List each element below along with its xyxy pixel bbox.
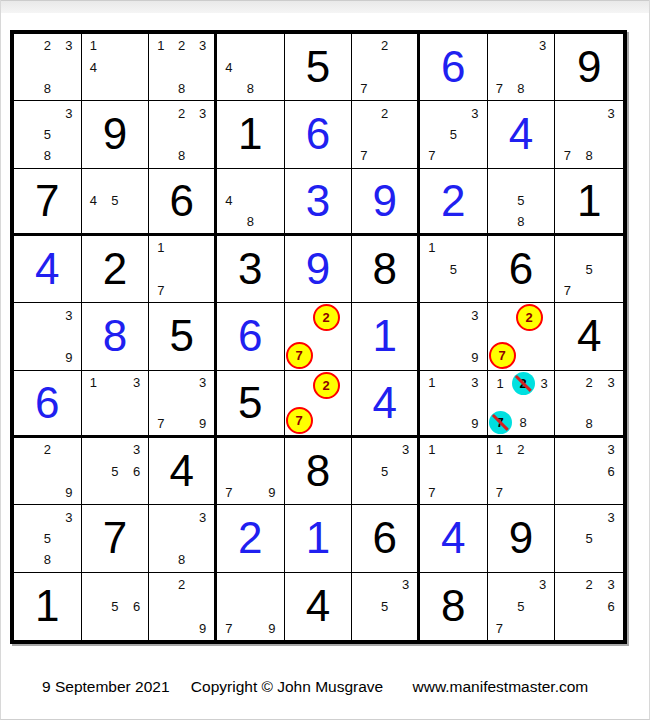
cell-r3c9[interactable]: 1	[555, 169, 623, 236]
placed-digit: 2	[82, 236, 149, 302]
pencil-marks: 35	[556, 506, 622, 570]
pencil-mark: 5	[578, 528, 600, 549]
cell-r8c9[interactable]: 35	[555, 505, 623, 572]
candidate-circled: 2	[313, 304, 340, 331]
placed-digit: 9	[285, 236, 352, 302]
pencil-marks: 27	[489, 304, 554, 368]
pencil-marks: 379	[150, 372, 213, 434]
pencil-mark: 5	[443, 124, 465, 145]
cell-r8c2[interactable]: 7	[82, 505, 150, 572]
pencil-mark: 8	[37, 145, 59, 166]
pencil-mark: 2	[374, 102, 395, 123]
cell-r3c1[interactable]: 7	[14, 169, 82, 236]
cell-r5c8[interactable]: 27	[488, 303, 556, 370]
pencil-mark: 3	[58, 102, 80, 123]
cell-r4c5[interactable]: 9	[285, 236, 353, 303]
placed-digit: 9	[352, 169, 417, 233]
cell-r9c7[interactable]: 8	[420, 573, 488, 640]
placed-digit: 6	[14, 371, 81, 435]
pencil-mark: 4	[83, 190, 105, 211]
pencil-mark: 1	[489, 372, 512, 395]
pencil-mark: 3	[532, 574, 554, 596]
pencil-marks: 13	[83, 372, 148, 434]
pencil-marks: 79	[218, 574, 283, 639]
pencil-marks: 27	[286, 372, 351, 434]
placed-digit: 6	[352, 505, 417, 571]
pencil-mark: 7	[489, 617, 511, 639]
pencil-mark: 8	[171, 78, 192, 99]
pencil-mark: 4	[83, 56, 105, 77]
pencil-mark: 7	[489, 482, 511, 503]
pencil-marks: 79	[218, 439, 283, 503]
placed-digit: 9	[82, 101, 149, 167]
pencil-mark: 2	[578, 372, 600, 393]
pencil-mark: 4	[218, 190, 240, 211]
pencil-mark: 3	[464, 304, 486, 325]
cell-r2c2[interactable]: 9	[82, 101, 150, 168]
cell-r4c3[interactable]: 17	[149, 236, 217, 303]
pencil-mark: 1	[150, 237, 171, 258]
pencil-marks: 56	[83, 574, 148, 639]
cell-r2c8[interactable]: 4	[488, 101, 556, 168]
placed-digit: 6	[217, 303, 284, 369]
pencil-mark: 1	[83, 372, 105, 393]
pencil-mark: 9	[58, 347, 80, 368]
cell-r2c7[interactable]: 357	[420, 101, 488, 168]
pencil-mark: 8	[37, 549, 59, 570]
pencil-mark: 3	[532, 35, 554, 56]
pencil-mark-highlighted: 7	[286, 407, 313, 434]
pencil-marks: 45	[83, 170, 148, 232]
pencil-mark: 6	[600, 595, 622, 617]
pencil-mark: 9	[464, 413, 486, 434]
pencil-mark: 3	[58, 506, 80, 527]
placed-digit: 4	[352, 371, 417, 435]
placed-digit: 7	[14, 169, 81, 233]
pencil-mark: 1	[83, 35, 105, 56]
placed-digit: 4	[14, 236, 81, 302]
pencil-mark-highlighted: 2	[313, 304, 340, 331]
pencil-marks: 39	[15, 304, 80, 368]
cell-r3c6[interactable]: 9	[352, 169, 420, 236]
placed-digit: 4	[488, 101, 555, 167]
pencil-marks: 357	[421, 102, 486, 166]
placed-digit: 5	[217, 371, 284, 435]
cell-r9c9[interactable]: 236	[555, 573, 623, 640]
pencil-marks: 238	[15, 35, 80, 99]
cell-r5c7[interactable]: 39	[420, 303, 488, 370]
cell-r5c4[interactable]: 6	[217, 303, 285, 370]
cell-r9c2[interactable]: 56	[82, 573, 150, 640]
cell-r2c5[interactable]: 6	[285, 101, 353, 168]
cell-r4c4[interactable]: 3	[217, 236, 285, 303]
cell-r8c7[interactable]: 4	[420, 505, 488, 572]
placed-digit: 1	[555, 169, 623, 233]
pencil-mark-highlighted: 2	[512, 372, 535, 395]
pencil-mark: 8	[510, 211, 532, 232]
placed-digit: 8	[420, 573, 487, 640]
cell-r7c6[interactable]: 35	[352, 438, 420, 505]
pencil-mark: 8	[171, 145, 192, 166]
pencil-marks: 29	[150, 574, 213, 639]
pencil-marks: 58	[489, 170, 554, 232]
pencil-marks: 378	[489, 35, 554, 99]
pencil-mark: 3	[600, 372, 622, 393]
pencil-marks: 12378	[489, 372, 554, 434]
cell-r9c5[interactable]: 4	[285, 573, 353, 640]
cell-r6c1[interactable]: 6	[14, 371, 82, 438]
pencil-mark: 8	[37, 78, 59, 99]
cell-r4c8[interactable]: 6	[488, 236, 556, 303]
pencil-marks: 38	[150, 506, 213, 570]
cell-r6c3[interactable]: 379	[149, 371, 217, 438]
pencil-mark: 8	[512, 411, 535, 434]
pencil-marks: 378	[556, 102, 622, 166]
cell-r5c9[interactable]: 4	[555, 303, 623, 370]
placed-digit: 8	[82, 303, 149, 369]
cell-r9c8[interactable]: 357	[488, 573, 556, 640]
placed-digit: 5	[149, 303, 214, 369]
candidate-eliminated: 7	[489, 411, 512, 434]
cell-r9c4[interactable]: 79	[217, 573, 285, 640]
placed-digit: 9	[555, 34, 623, 100]
pencil-mark: 3	[126, 372, 148, 393]
pencil-mark: 6	[126, 595, 148, 617]
pencil-mark: 9	[192, 617, 213, 639]
cell-r3c4[interactable]: 48	[217, 169, 285, 236]
placed-digit: 2	[217, 505, 284, 571]
pencil-mark: 1	[421, 372, 443, 393]
cell-r7c4[interactable]: 79	[217, 438, 285, 505]
pencil-marks: 35	[353, 574, 416, 639]
cell-r1c5[interactable]: 5	[285, 34, 353, 101]
pencil-mark: 5	[37, 124, 59, 145]
pencil-mark: 3	[464, 372, 486, 393]
pencil-mark: 1	[489, 439, 511, 460]
pencil-marks: 127	[489, 439, 554, 503]
pencil-mark: 3	[600, 439, 622, 460]
cell-r2c4[interactable]: 1	[217, 101, 285, 168]
cell-r6c6[interactable]: 4	[352, 371, 420, 438]
pencil-mark: 4	[218, 56, 240, 77]
cell-r1c7[interactable]: 6	[420, 34, 488, 101]
placed-digit: 3	[217, 236, 284, 302]
pencil-mark: 3	[600, 574, 622, 596]
cell-r3c7[interactable]: 2	[420, 169, 488, 236]
placed-digit: 6	[149, 169, 214, 233]
cell-r9c6[interactable]: 35	[352, 573, 420, 640]
pencil-mark: 7	[150, 280, 171, 301]
pencil-mark: 3	[600, 102, 622, 123]
cell-r7c9[interactable]: 36	[555, 438, 623, 505]
cell-r8c5[interactable]: 1	[285, 505, 353, 572]
pencil-mark: 3	[192, 506, 213, 527]
pencil-mark: 7	[489, 78, 511, 99]
placed-digit: 6	[488, 236, 555, 302]
sudoku-board: 2381412384852763789358923816273574378745…	[10, 30, 627, 644]
pencil-mark-highlighted: 7	[489, 411, 512, 434]
cell-r6c5[interactable]: 27	[285, 371, 353, 438]
pencil-marks: 17	[421, 439, 486, 503]
cell-r5c2[interactable]: 8	[82, 303, 150, 370]
pencil-mark: 5	[578, 258, 600, 279]
pencil-mark: 8	[578, 413, 600, 434]
pencil-mark: 5	[374, 595, 395, 617]
candidate-circled: 2	[313, 372, 340, 399]
cell-r5c1[interactable]: 39	[14, 303, 82, 370]
pencil-mark: 7	[150, 413, 171, 434]
cell-r1c1[interactable]: 238	[14, 34, 82, 101]
cell-r5c3[interactable]: 5	[149, 303, 217, 370]
pencil-mark: 3	[464, 102, 486, 123]
pencil-marks: 57	[556, 237, 622, 301]
cell-r7c3[interactable]: 4	[149, 438, 217, 505]
pencil-mark-highlighted: 7	[286, 342, 313, 369]
pencil-mark: 6	[126, 460, 148, 481]
cell-r8c8[interactable]: 9	[488, 505, 556, 572]
candidate-circled: 2	[516, 304, 543, 331]
pencil-mark: 3	[58, 304, 80, 325]
pencil-mark: 9	[58, 482, 80, 503]
pencil-marks: 27	[286, 304, 351, 368]
pencil-mark: 3	[192, 35, 213, 56]
pencil-mark: 8	[578, 145, 600, 166]
cell-r1c2[interactable]: 14	[82, 34, 150, 101]
cell-r8c6[interactable]: 6	[352, 505, 420, 572]
pencil-marks: 17	[150, 237, 213, 301]
cell-r2c3[interactable]: 238	[149, 101, 217, 168]
candidate-circled: 7	[286, 342, 313, 369]
placed-digit: 1	[217, 101, 284, 167]
candidate-circled: 7	[489, 342, 516, 369]
cell-r3c8[interactable]: 58	[488, 169, 556, 236]
cell-r3c3[interactable]: 6	[149, 169, 217, 236]
pencil-mark: 9	[464, 347, 486, 368]
cell-r1c9[interactable]: 9	[555, 34, 623, 101]
cell-r6c9[interactable]: 238	[555, 371, 623, 438]
window-top-strip	[0, 0, 650, 13]
pencil-mark: 2	[171, 35, 192, 56]
pencil-mark: 8	[240, 78, 262, 99]
placed-digit: 9	[488, 505, 555, 571]
pencil-mark: 7	[556, 280, 578, 301]
cell-r5c5[interactable]: 27	[285, 303, 353, 370]
pencil-mark: 8	[171, 549, 192, 570]
cell-r8c3[interactable]: 38	[149, 505, 217, 572]
pencil-mark: 1	[150, 35, 171, 56]
cell-r4c2[interactable]: 2	[82, 236, 150, 303]
placed-digit: 4	[555, 303, 623, 369]
pencil-mark: 7	[353, 78, 374, 99]
pencil-mark: 2	[37, 35, 59, 56]
pencil-mark: 5	[37, 528, 59, 549]
cell-r9c3[interactable]: 29	[149, 573, 217, 640]
pencil-mark: 8	[510, 78, 532, 99]
pencil-mark: 3	[126, 439, 148, 460]
pencil-marks: 358	[15, 506, 80, 570]
cell-r8c1[interactable]: 358	[14, 505, 82, 572]
placed-digit: 7	[82, 505, 149, 571]
placed-digit: 4	[420, 505, 487, 571]
placed-digit: 8	[352, 236, 417, 302]
cell-r7c8[interactable]: 127	[488, 438, 556, 505]
placed-digit: 2	[420, 169, 487, 233]
pencil-mark: 9	[261, 482, 283, 503]
pencil-mark: 5	[374, 460, 395, 481]
cell-r4c1[interactable]: 4	[14, 236, 82, 303]
cell-r4c6[interactable]: 8	[352, 236, 420, 303]
pencil-marks: 1238	[150, 35, 213, 99]
pencil-mark: 3	[395, 574, 416, 596]
pencil-marks: 14	[83, 35, 148, 99]
pencil-marks: 358	[15, 102, 80, 166]
pencil-mark: 2	[171, 574, 192, 596]
pencil-marks: 139	[421, 372, 486, 434]
pencil-marks: 29	[15, 439, 80, 503]
pencil-mark: 7	[218, 617, 240, 639]
cell-r1c4[interactable]: 48	[217, 34, 285, 101]
pencil-mark: 5	[104, 460, 126, 481]
pencil-marks: 236	[556, 574, 622, 639]
placed-digit: 6	[285, 101, 352, 167]
cell-r7c1[interactable]: 29	[14, 438, 82, 505]
pencil-mark: 1	[421, 237, 443, 258]
cell-r2c6[interactable]: 27	[352, 101, 420, 168]
pencil-mark: 8	[240, 211, 262, 232]
cell-r7c5[interactable]: 8	[285, 438, 353, 505]
placed-digit: 6	[420, 34, 487, 100]
pencil-mark: 9	[261, 617, 283, 639]
cell-r9c1[interactable]: 1	[14, 573, 82, 640]
pencil-mark: 6	[600, 460, 622, 481]
pencil-marks: 238	[150, 102, 213, 166]
pencil-marks: 36	[556, 439, 622, 503]
pencil-mark: 7	[421, 145, 443, 166]
placed-digit: 4	[149, 438, 214, 504]
pencil-marks: 35	[353, 439, 416, 503]
pencil-mark: 3	[58, 35, 80, 56]
cell-r3c5[interactable]: 3	[285, 169, 353, 236]
pencil-marks: 48	[218, 170, 283, 232]
footer-copyright: Copyright © John Musgrave	[191, 678, 383, 696]
pencil-mark: 5	[104, 190, 126, 211]
pencil-marks: 48	[218, 35, 283, 99]
placed-digit: 5	[285, 34, 352, 100]
cell-r4c7[interactable]: 15	[420, 236, 488, 303]
pencil-marks: 238	[556, 372, 622, 434]
pencil-mark: 5	[510, 190, 532, 211]
cell-r3c2[interactable]: 45	[82, 169, 150, 236]
pencil-mark: 2	[37, 439, 59, 460]
pencil-marks: 356	[83, 439, 148, 503]
placed-digit: 1	[14, 573, 81, 640]
cell-r7c2[interactable]: 356	[82, 438, 150, 505]
footer: 9 September 2021 Copyright © John Musgra…	[0, 678, 650, 696]
pencil-mark-highlighted: 2	[516, 304, 543, 331]
placed-digit: 8	[285, 438, 352, 504]
pencil-mark: 9	[192, 413, 213, 434]
pencil-mark: 3	[395, 439, 416, 460]
cell-r5c6[interactable]: 1	[352, 303, 420, 370]
pencil-mark: 3	[535, 372, 554, 395]
cell-r6c7[interactable]: 139	[420, 371, 488, 438]
pencil-marks: 27	[353, 35, 416, 99]
pencil-marks: 39	[421, 304, 486, 368]
pencil-mark: 2	[510, 439, 532, 460]
pencil-mark-highlighted: 2	[313, 372, 340, 399]
pencil-mark: 3	[192, 372, 213, 393]
cell-r8c4[interactable]: 2	[217, 505, 285, 572]
pencil-mark: 2	[578, 574, 600, 596]
cell-r4c9[interactable]: 57	[555, 236, 623, 303]
pencil-mark: 7	[218, 482, 240, 503]
pencil-mark: 5	[104, 595, 126, 617]
footer-url: www.manifestmaster.com	[413, 678, 589, 696]
pencil-marks: 357	[489, 574, 554, 639]
pencil-mark: 5	[443, 258, 465, 279]
pencil-mark: 3	[192, 102, 213, 123]
cell-r2c1[interactable]: 358	[14, 101, 82, 168]
cell-r1c8[interactable]: 378	[488, 34, 556, 101]
pencil-mark: 7	[353, 145, 374, 166]
pencil-marks: 27	[353, 102, 416, 166]
candidate-circled: 7	[286, 407, 313, 434]
placed-digit: 3	[285, 169, 352, 233]
placed-digit: 4	[285, 573, 352, 640]
pencil-mark: 7	[421, 482, 443, 503]
pencil-mark: 3	[600, 506, 622, 527]
pencil-mark: 7	[556, 145, 578, 166]
pencil-mark: 1	[421, 439, 443, 460]
placed-digit: 1	[285, 505, 352, 571]
pencil-mark: 5	[510, 595, 532, 617]
cell-r6c4[interactable]: 5	[217, 371, 285, 438]
cell-r1c3[interactable]: 1238	[149, 34, 217, 101]
placed-digit: 1	[352, 303, 417, 369]
pencil-marks: 15	[421, 237, 486, 301]
cell-r1c6[interactable]: 27	[352, 34, 420, 101]
cell-r6c2[interactable]: 13	[82, 371, 150, 438]
cell-r6c8[interactable]: 12378	[488, 371, 556, 438]
pencil-mark-highlighted: 7	[489, 342, 516, 369]
cell-r7c7[interactable]: 17	[420, 438, 488, 505]
cell-r2c9[interactable]: 378	[555, 101, 623, 168]
pencil-mark: 2	[171, 102, 192, 123]
candidate-eliminated: 2	[512, 372, 535, 395]
footer-date: 9 September 2021	[42, 678, 170, 696]
pencil-mark: 2	[374, 35, 395, 56]
